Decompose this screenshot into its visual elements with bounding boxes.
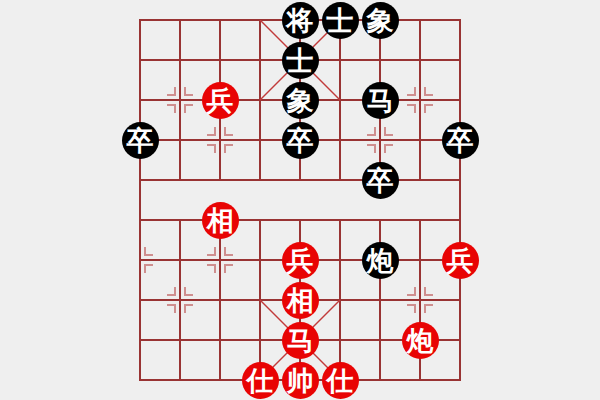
board-cell xyxy=(300,180,340,220)
piece-red-soldier[interactable]: 兵 xyxy=(202,82,239,119)
piece-black-soldier[interactable]: 卒 xyxy=(362,162,399,199)
piece-black-general[interactable]: 将 xyxy=(282,2,319,39)
board-cell xyxy=(180,20,220,60)
piece-black-elephant[interactable]: 象 xyxy=(282,82,319,119)
piece-black-soldier[interactable]: 卒 xyxy=(442,122,479,159)
piece-red-general[interactable]: 帅 xyxy=(282,362,319,399)
piece-red-horse[interactable]: 马 xyxy=(282,322,319,359)
board-cell xyxy=(220,260,260,300)
board-cell xyxy=(420,20,460,60)
piece-red-advisor[interactable]: 仕 xyxy=(242,362,279,399)
board-cell xyxy=(140,220,180,260)
board-cell xyxy=(260,180,300,220)
board-cell xyxy=(220,140,260,180)
piece-red-soldier[interactable]: 兵 xyxy=(442,242,479,279)
board-cell xyxy=(140,260,180,300)
board-cell xyxy=(180,260,220,300)
piece-black-advisor[interactable]: 士 xyxy=(282,42,319,79)
piece-black-elephant[interactable]: 象 xyxy=(362,2,399,39)
board-cell xyxy=(340,300,380,340)
xiangqi-board: 将士象士兵象马卒卒卒卒相兵炮兵相马炮仕帅仕 xyxy=(140,20,460,380)
piece-red-elephant[interactable]: 相 xyxy=(202,202,239,239)
xiangqi-diagram: 将士象士兵象马卒卒卒卒相兵炮兵相马炮仕帅仕 xyxy=(0,0,600,400)
board-cell xyxy=(140,300,180,340)
board-cell xyxy=(140,60,180,100)
board-cell xyxy=(140,180,180,220)
piece-black-horse[interactable]: 马 xyxy=(362,82,399,119)
board-cell xyxy=(220,300,260,340)
board-cell xyxy=(180,300,220,340)
piece-black-cannon[interactable]: 炮 xyxy=(362,242,399,279)
board-cell xyxy=(420,60,460,100)
piece-red-elephant[interactable]: 相 xyxy=(282,282,319,319)
piece-red-soldier[interactable]: 兵 xyxy=(282,242,319,279)
piece-black-soldier[interactable]: 卒 xyxy=(122,122,159,159)
board-cell xyxy=(140,340,180,380)
piece-red-advisor[interactable]: 仕 xyxy=(322,362,359,399)
board-cell xyxy=(180,140,220,180)
board-cell xyxy=(140,20,180,60)
piece-black-advisor[interactable]: 士 xyxy=(322,2,359,39)
piece-black-soldier[interactable]: 卒 xyxy=(282,122,319,159)
piece-red-cannon[interactable]: 炮 xyxy=(402,322,439,359)
board-cell xyxy=(220,20,260,60)
board-cell xyxy=(420,180,460,220)
board-cell xyxy=(180,340,220,380)
